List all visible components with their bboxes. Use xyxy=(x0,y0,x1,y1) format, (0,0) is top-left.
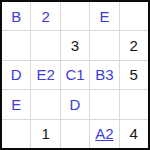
cell-r2c1[interactable] xyxy=(2,31,30,59)
cell-r4c1[interactable]: E xyxy=(2,90,30,118)
cell-r1c3[interactable] xyxy=(61,2,89,30)
cell-r3c5[interactable]: 5 xyxy=(120,61,148,89)
cell-r5c4[interactable]: A2 xyxy=(90,120,118,148)
cell-r1c4[interactable]: E xyxy=(90,2,118,30)
cell-r4c2[interactable] xyxy=(31,90,59,118)
cell-r5c2[interactable]: 1 xyxy=(31,120,59,148)
cell-r3c2[interactable]: E2 xyxy=(31,61,59,89)
cell-r4c5[interactable] xyxy=(120,90,148,118)
cell-r3c4[interactable]: B3 xyxy=(90,61,118,89)
cell-r2c2[interactable] xyxy=(31,31,59,59)
cell-r2c5[interactable]: 2 xyxy=(120,31,148,59)
cell-r1c5[interactable] xyxy=(120,2,148,30)
cell-r4c3[interactable]: D xyxy=(61,90,89,118)
cell-r3c1[interactable]: D xyxy=(2,61,30,89)
cell-r2c3[interactable]: 3 xyxy=(61,31,89,59)
cell-r5c3[interactable] xyxy=(61,120,89,148)
cell-r4c4[interactable] xyxy=(90,90,118,118)
cell-r1c2[interactable]: 2 xyxy=(31,2,59,30)
cell-r2c4[interactable] xyxy=(90,31,118,59)
cell-r3c3[interactable]: C1 xyxy=(61,61,89,89)
puzzle-board: B 2 E 3 2 D E2 C1 B3 5 E D 1 A2 4 xyxy=(0,0,150,150)
cell-r5c5[interactable]: 4 xyxy=(120,120,148,148)
cell-r5c1[interactable] xyxy=(2,120,30,148)
cell-r1c1[interactable]: B xyxy=(2,2,30,30)
